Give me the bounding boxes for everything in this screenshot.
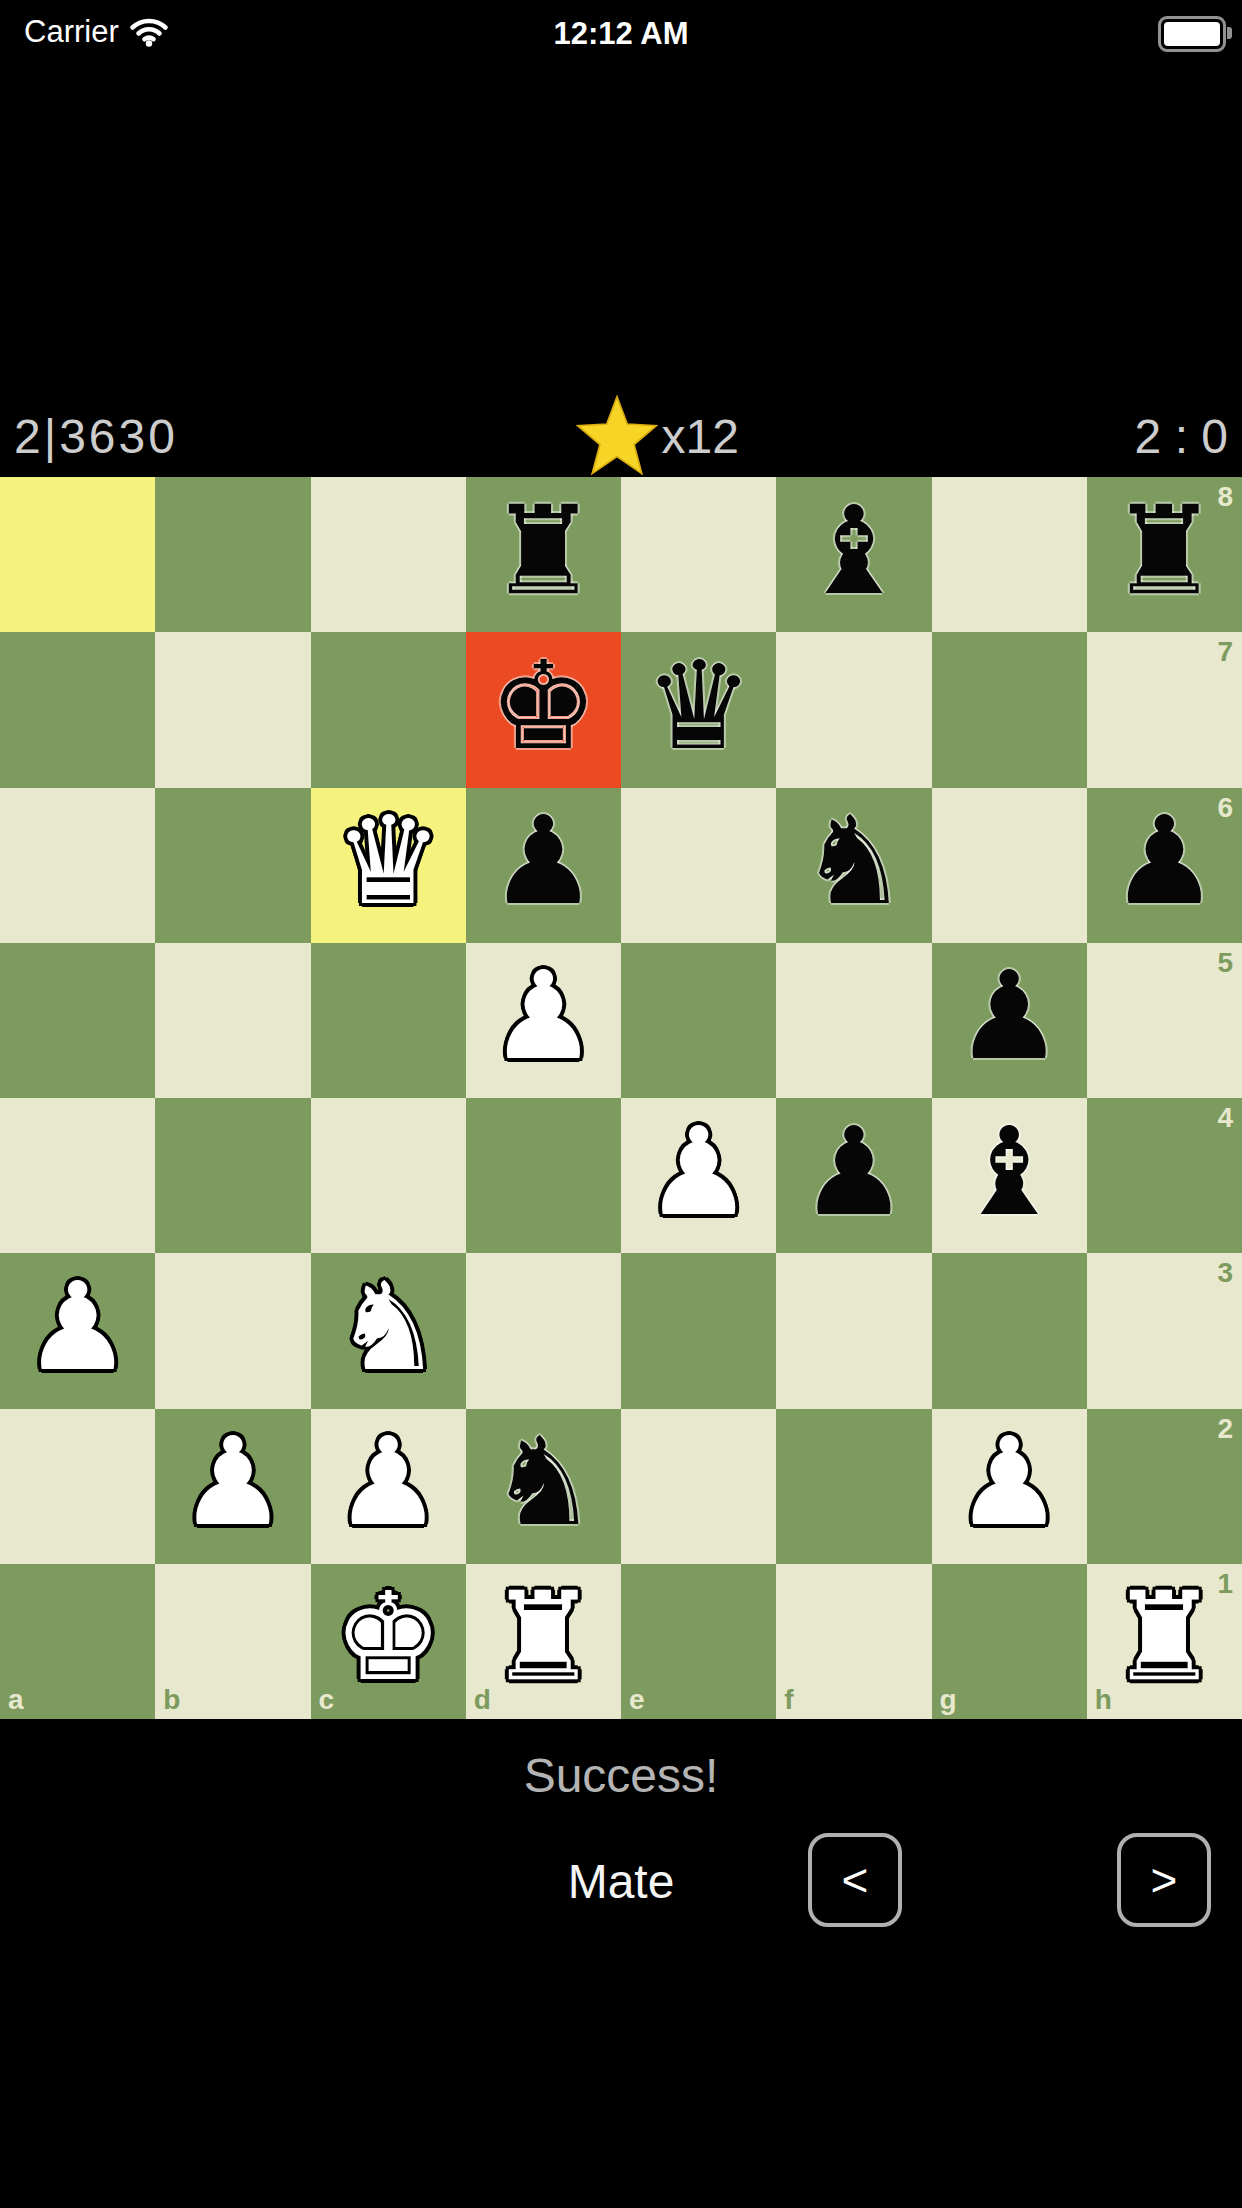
- rank-label-6: 6: [1217, 792, 1233, 824]
- square-h3[interactable]: 3: [1087, 1253, 1242, 1408]
- result-text: Success!: [0, 1748, 1242, 1803]
- square-e3[interactable]: [621, 1253, 776, 1408]
- square-c8[interactable]: [311, 477, 466, 632]
- rank-label-3: 3: [1217, 1257, 1233, 1289]
- square-c7[interactable]: [311, 632, 466, 787]
- chevron-right-icon: >: [1151, 1853, 1178, 1907]
- square-g1[interactable]: g: [932, 1564, 1087, 1719]
- square-c1[interactable]: c♚: [311, 1564, 466, 1719]
- puzzle-header: 2|3630 x12 2 : 0: [0, 400, 1242, 472]
- square-a7[interactable]: [0, 632, 155, 787]
- square-a1[interactable]: a: [0, 1564, 155, 1719]
- square-g8[interactable]: [932, 477, 1087, 632]
- square-d8[interactable]: ♜: [466, 477, 621, 632]
- next-button[interactable]: >: [1117, 1833, 1211, 1927]
- square-g6[interactable]: [932, 788, 1087, 943]
- square-h6[interactable]: 6♟: [1087, 788, 1242, 943]
- square-h7[interactable]: 7: [1087, 632, 1242, 787]
- piece-white-pawn[interactable]: ♟: [333, 1421, 442, 1551]
- status-bar: Carrier 12:12 AM: [0, 0, 1242, 64]
- square-e5[interactable]: [621, 943, 776, 1098]
- piece-black-pawn[interactable]: ♟: [1110, 800, 1219, 930]
- file-label-a: a: [8, 1684, 24, 1716]
- square-h8[interactable]: 8♜: [1087, 477, 1242, 632]
- piece-black-pawn[interactable]: ♟: [489, 800, 598, 930]
- piece-white-pawn[interactable]: ♟: [644, 1111, 753, 1241]
- piece-white-knight[interactable]: ♞: [333, 1266, 442, 1396]
- piece-white-pawn[interactable]: ♟: [954, 1421, 1063, 1551]
- square-g5[interactable]: ♟: [932, 943, 1087, 1098]
- puzzle-theme-label: Mate: [0, 1854, 1242, 1909]
- square-b4[interactable]: [155, 1098, 310, 1253]
- square-d7[interactable]: ♚: [466, 632, 621, 787]
- square-a4[interactable]: [0, 1098, 155, 1253]
- square-d2[interactable]: ♞: [466, 1409, 621, 1564]
- file-label-f: f: [784, 1684, 793, 1716]
- piece-black-rook[interactable]: ♜: [489, 490, 598, 620]
- piece-white-pawn[interactable]: ♟: [23, 1266, 132, 1396]
- square-b7[interactable]: [155, 632, 310, 787]
- square-h4[interactable]: 4: [1087, 1098, 1242, 1253]
- piece-white-queen[interactable]: ♛: [333, 800, 442, 930]
- square-g2[interactable]: ♟: [932, 1409, 1087, 1564]
- rank-label-2: 2: [1217, 1413, 1233, 1445]
- piece-white-rook[interactable]: ♜: [1110, 1576, 1219, 1706]
- square-a2[interactable]: [0, 1409, 155, 1564]
- square-f5[interactable]: [776, 943, 931, 1098]
- square-a8[interactable]: [0, 477, 155, 632]
- square-d3[interactable]: [466, 1253, 621, 1408]
- square-h1[interactable]: 1h♜: [1087, 1564, 1242, 1719]
- piece-black-pawn[interactable]: ♟: [954, 955, 1063, 1085]
- phone-screen: Carrier 12:12 AM 2|3630 x12 2 : 0 ♜♝8♜♚♛…: [0, 0, 1242, 2208]
- square-d6[interactable]: ♟: [466, 788, 621, 943]
- piece-black-queen[interactable]: ♛: [644, 645, 753, 775]
- piece-black-knight[interactable]: ♞: [799, 800, 908, 930]
- file-label-c: c: [319, 1684, 335, 1716]
- square-a5[interactable]: [0, 943, 155, 1098]
- square-e1[interactable]: e: [621, 1564, 776, 1719]
- square-e2[interactable]: [621, 1409, 776, 1564]
- square-e6[interactable]: [621, 788, 776, 943]
- piece-black-king[interactable]: ♚: [489, 645, 598, 775]
- square-c6[interactable]: ♛: [311, 788, 466, 943]
- chess-board[interactable]: ♜♝8♜♚♛7♛♟♞6♟♟♟5♟♟♝4♟♞3♟♟♞♟2abc♚d♜efg1h♜: [0, 477, 1242, 1719]
- square-b8[interactable]: [155, 477, 310, 632]
- square-a3[interactable]: ♟: [0, 1253, 155, 1408]
- piece-white-rook[interactable]: ♜: [489, 1576, 598, 1706]
- prev-button[interactable]: <: [808, 1833, 902, 1927]
- streak-count: x12: [662, 409, 739, 464]
- file-label-h: h: [1095, 1684, 1112, 1716]
- square-b5[interactable]: [155, 943, 310, 1098]
- rank-label-5: 5: [1217, 947, 1233, 979]
- square-c4[interactable]: [311, 1098, 466, 1253]
- square-d4[interactable]: [466, 1098, 621, 1253]
- piece-black-bishop[interactable]: ♝: [954, 1111, 1063, 1241]
- square-f4[interactable]: ♟: [776, 1098, 931, 1253]
- square-f3[interactable]: [776, 1253, 931, 1408]
- square-g4[interactable]: ♝: [932, 1098, 1087, 1253]
- piece-white-pawn[interactable]: ♟: [489, 955, 598, 1085]
- square-f8[interactable]: ♝: [776, 477, 931, 632]
- square-d5[interactable]: ♟: [466, 943, 621, 1098]
- square-h2[interactable]: 2: [1087, 1409, 1242, 1564]
- piece-white-pawn[interactable]: ♟: [178, 1421, 287, 1551]
- square-a6[interactable]: [0, 788, 155, 943]
- score: 2 : 0: [1135, 409, 1228, 464]
- puzzle-rating: 2|3630: [14, 409, 178, 464]
- square-f7[interactable]: [776, 632, 931, 787]
- chevron-left-icon: <: [842, 1853, 869, 1907]
- piece-black-pawn[interactable]: ♟: [799, 1111, 908, 1241]
- piece-black-rook[interactable]: ♜: [1110, 490, 1219, 620]
- square-e7[interactable]: ♛: [621, 632, 776, 787]
- file-label-d: d: [474, 1684, 491, 1716]
- file-label-g: g: [940, 1684, 957, 1716]
- star-icon: [574, 395, 660, 477]
- clock: 12:12 AM: [0, 16, 1242, 52]
- piece-black-bishop[interactable]: ♝: [799, 490, 908, 620]
- piece-white-king[interactable]: ♚: [333, 1576, 442, 1706]
- square-d1[interactable]: d♜: [466, 1564, 621, 1719]
- square-f6[interactable]: ♞: [776, 788, 931, 943]
- battery-icon: [1158, 16, 1226, 52]
- square-g7[interactable]: [932, 632, 1087, 787]
- square-g3[interactable]: [932, 1253, 1087, 1408]
- square-c5[interactable]: [311, 943, 466, 1098]
- rank-label-8: 8: [1217, 481, 1233, 513]
- rank-label-7: 7: [1217, 636, 1233, 668]
- square-b3[interactable]: [155, 1253, 310, 1408]
- square-c3[interactable]: ♞: [311, 1253, 466, 1408]
- file-label-e: e: [629, 1684, 645, 1716]
- square-b6[interactable]: [155, 788, 310, 943]
- square-b1[interactable]: b: [155, 1564, 310, 1719]
- square-e4[interactable]: ♟: [621, 1098, 776, 1253]
- file-label-b: b: [163, 1684, 180, 1716]
- square-e8[interactable]: [621, 477, 776, 632]
- rank-label-4: 4: [1217, 1102, 1233, 1134]
- square-f1[interactable]: f: [776, 1564, 931, 1719]
- square-c2[interactable]: ♟: [311, 1409, 466, 1564]
- rank-label-1: 1: [1217, 1568, 1233, 1600]
- square-b2[interactable]: ♟: [155, 1409, 310, 1564]
- square-f2[interactable]: [776, 1409, 931, 1564]
- piece-black-knight[interactable]: ♞: [489, 1421, 598, 1551]
- square-h5[interactable]: 5: [1087, 943, 1242, 1098]
